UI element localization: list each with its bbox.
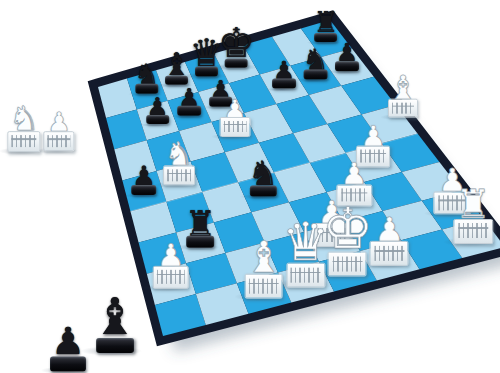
piece-white-pawn-a2[interactable]: ♟ — [153, 241, 190, 289]
piece-white-pawn-f1[interactable]: ♟ — [370, 213, 409, 265]
piece-base — [303, 70, 327, 80]
piece-white-rook-h1[interactable]: ♜ — [453, 185, 493, 244]
piece-base — [225, 58, 248, 68]
piece-black-pawn-c7[interactable]: ♟ — [177, 86, 201, 115]
white-bishop-glyph: ♝ — [244, 237, 283, 278]
piece-black-pawn-f7[interactable]: ♟ — [272, 59, 296, 89]
piece-base — [163, 166, 195, 186]
piece-black-rook-b3[interactable]: ♜ — [185, 206, 217, 247]
piece-base — [286, 263, 325, 287]
piece-base — [43, 131, 74, 151]
piece-base — [370, 241, 409, 266]
piece-base — [272, 79, 296, 89]
offboard-white-knight-0[interactable]: ♞ — [7, 103, 40, 152]
piece-base — [219, 117, 250, 137]
piece-base — [328, 252, 367, 277]
piece-white-pawn-d6[interactable]: ♟ — [219, 97, 250, 137]
piece-base — [7, 131, 40, 152]
black-rook-glyph: ♜ — [185, 206, 217, 240]
piece-base — [131, 185, 157, 196]
piece-black-knight-b8[interactable]: ♞ — [134, 61, 159, 93]
piece-white-knight-b5[interactable]: ♞ — [163, 139, 195, 186]
white-rook-glyph: ♜ — [455, 185, 491, 223]
offboard-black-pawn-3[interactable]: ♟ — [50, 324, 86, 371]
piece-black-queen-d8[interactable]: ♛ — [190, 35, 224, 77]
piece-black-bishop-c8[interactable]: ♝ — [163, 50, 191, 85]
piece-base — [453, 219, 493, 244]
piece-base — [244, 274, 283, 298]
piece-base — [250, 186, 277, 197]
black-pawn-glyph: ♟ — [51, 324, 85, 360]
piece-white-queen-d1[interactable]: ♛ — [282, 217, 329, 287]
piece-base — [96, 338, 133, 354]
piece-black-pawn-h7[interactable]: ♟ — [335, 41, 359, 71]
white-queen-glyph: ♛ — [282, 217, 329, 267]
piece-base — [153, 266, 190, 289]
piece-white-king-e1[interactable]: ♚ — [322, 202, 373, 276]
white-king-glyph: ♚ — [322, 202, 373, 256]
piece-black-pawn-a5[interactable]: ♟ — [131, 163, 157, 195]
offboard-black-bishop-4[interactable]: ♝ — [92, 293, 138, 353]
piece-base — [146, 115, 170, 125]
offboard-white-bishop-2[interactable]: ♝ — [388, 72, 418, 118]
piece-base — [186, 236, 214, 248]
piece-black-knight-d4[interactable]: ♞ — [248, 157, 278, 196]
piece-white-bishop-c1[interactable]: ♝ — [244, 237, 283, 298]
piece-black-pawn-b7[interactable]: ♟ — [146, 95, 170, 124]
piece-black-knight-g7[interactable]: ♞ — [302, 45, 329, 79]
piece-base — [50, 356, 86, 371]
offboard-white-pawn-1[interactable]: ♟ — [43, 110, 74, 151]
piece-base — [177, 106, 201, 116]
black-queen-glyph: ♛ — [190, 35, 224, 71]
black-bishop-glyph: ♝ — [92, 293, 138, 342]
piece-base — [388, 99, 418, 118]
piece-base — [335, 61, 359, 71]
white-pawn-glyph: ♟ — [374, 213, 404, 245]
photo-stage: ♞♝♛♚♜♟♟♟♟♞♟♟♞♜♞♟♟♟♟♟♟♟♜♝♛♚♞♟♝♟♝ — [0, 0, 500, 373]
